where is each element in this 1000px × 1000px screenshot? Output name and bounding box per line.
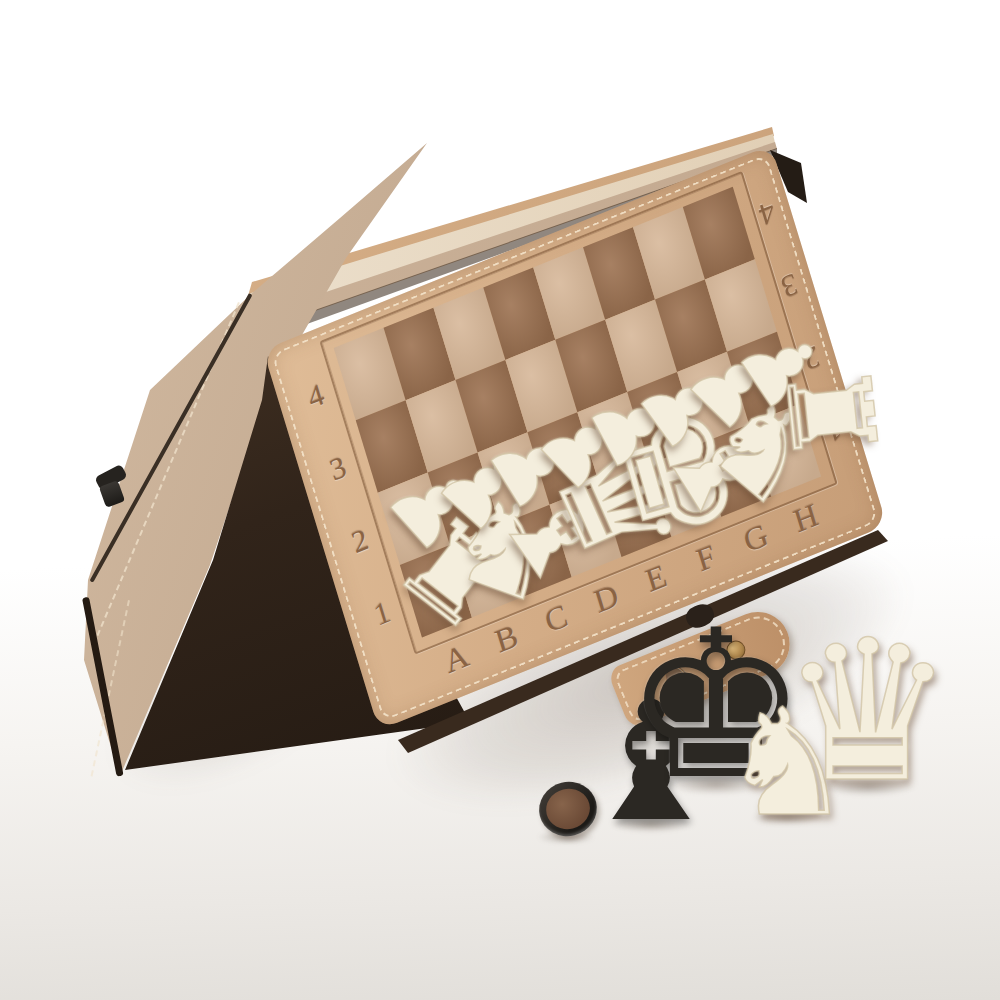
white-queen-loose: ♛ xyxy=(771,614,966,809)
chess-set-photo: ABCDEFGH 4321 4321 ♜♞♝♛♚♝♞♜♟♟♟♟♟♟♟♟ ♞ ♝♚… xyxy=(0,0,1000,1000)
loose-pieces-layer: ♝♚♞♛ xyxy=(0,0,1000,1000)
